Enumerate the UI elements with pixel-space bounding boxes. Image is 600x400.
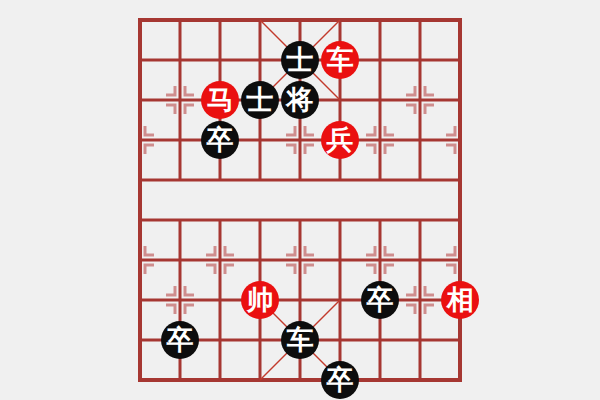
piece-black-pawn-2[interactable]: 卒 [361, 281, 399, 319]
piece-red-general[interactable]: 帅 [241, 281, 279, 319]
piece-black-general[interactable]: 将 [281, 81, 319, 119]
xiangqi-board: 士车马士将卒兵帅卒相卒车卒 [0, 0, 600, 400]
piece-black-pawn-1[interactable]: 卒 [201, 121, 239, 159]
piece-red-elephant[interactable]: 相 [441, 281, 479, 319]
piece-black-pawn-4[interactable]: 卒 [321, 361, 359, 399]
piece-black-pawn-3[interactable]: 卒 [161, 321, 199, 359]
piece-red-chariot[interactable]: 车 [321, 41, 359, 79]
piece-black-advisor-1[interactable]: 士 [281, 41, 319, 79]
board-grid[interactable]: 士车马士将卒兵帅卒相卒车卒 [120, 0, 480, 400]
piece-red-pawn[interactable]: 兵 [321, 121, 359, 159]
piece-black-chariot[interactable]: 车 [281, 321, 319, 359]
piece-red-horse[interactable]: 马 [201, 81, 239, 119]
piece-black-advisor-2[interactable]: 士 [241, 81, 279, 119]
